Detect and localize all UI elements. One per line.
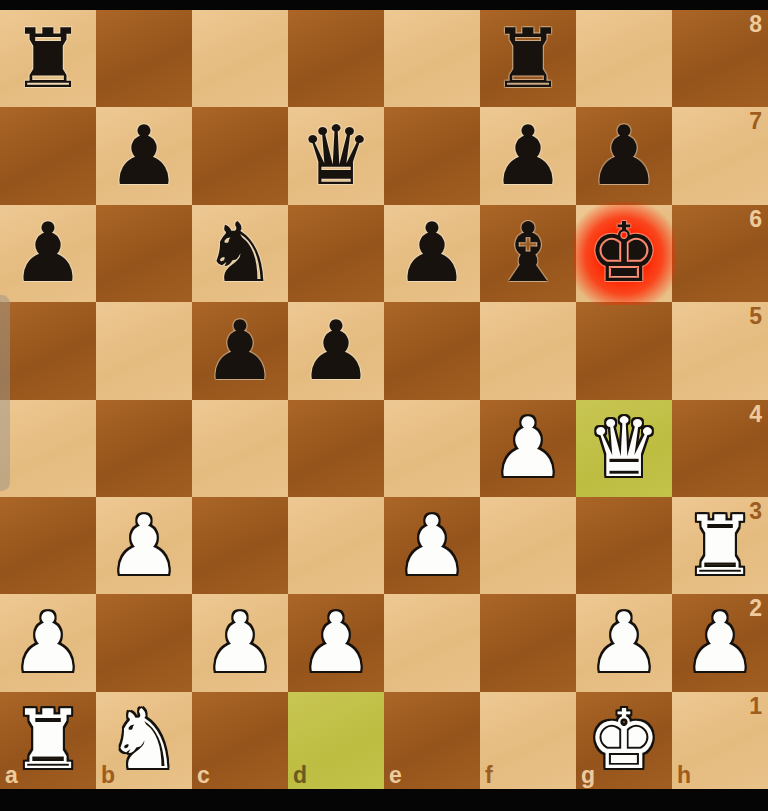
- square-b3[interactable]: ♟: [96, 497, 192, 594]
- square-h7[interactable]: 7: [672, 107, 768, 204]
- square-h3[interactable]: 3♜: [672, 497, 768, 594]
- square-c4[interactable]: [192, 400, 288, 497]
- square-g8[interactable]: [576, 10, 672, 107]
- square-h2[interactable]: 2♟: [672, 594, 768, 691]
- square-g4[interactable]: ♛: [576, 400, 672, 497]
- black-rook[interactable]: ♜: [0, 10, 96, 107]
- white-pawn[interactable]: ♟: [576, 594, 672, 691]
- file-label-h: h: [677, 762, 691, 789]
- top-letterbox-bar: [0, 0, 768, 10]
- rank-label-4: 4: [749, 401, 762, 428]
- chess-board: ♜♜8♟♛♟♟7♟♞♟♝♚6♟♟5♟♛4♟♟3♜♟♟♟♟2♟a♜b♞cdefg♚…: [0, 10, 768, 789]
- white-pawn[interactable]: ♟: [672, 594, 768, 691]
- square-c3[interactable]: [192, 497, 288, 594]
- square-d1[interactable]: d: [288, 692, 384, 789]
- white-rook[interactable]: ♜: [0, 692, 96, 789]
- square-f1[interactable]: f: [480, 692, 576, 789]
- square-b4[interactable]: [96, 400, 192, 497]
- square-f8[interactable]: ♜: [480, 10, 576, 107]
- black-pawn[interactable]: ♟: [576, 107, 672, 204]
- square-e8[interactable]: [384, 10, 480, 107]
- file-label-c: c: [197, 762, 210, 789]
- white-pawn[interactable]: ♟: [288, 594, 384, 691]
- square-a1[interactable]: a♜: [0, 692, 96, 789]
- square-h4[interactable]: 4: [672, 400, 768, 497]
- square-h5[interactable]: 5: [672, 302, 768, 399]
- square-e7[interactable]: [384, 107, 480, 204]
- square-f2[interactable]: [480, 594, 576, 691]
- black-rook[interactable]: ♜: [480, 10, 576, 107]
- black-bishop[interactable]: ♝: [480, 205, 576, 302]
- black-pawn[interactable]: ♟: [288, 302, 384, 399]
- square-g7[interactable]: ♟: [576, 107, 672, 204]
- bottom-letterbox-bar: [0, 789, 768, 811]
- square-f7[interactable]: ♟: [480, 107, 576, 204]
- square-a3[interactable]: [0, 497, 96, 594]
- square-b6[interactable]: [96, 205, 192, 302]
- file-label-e: e: [389, 762, 402, 789]
- square-a4[interactable]: [0, 400, 96, 497]
- square-c8[interactable]: [192, 10, 288, 107]
- square-h8[interactable]: 8: [672, 10, 768, 107]
- square-g1[interactable]: g♚: [576, 692, 672, 789]
- white-king[interactable]: ♚: [576, 692, 672, 789]
- rank-label-1: 1: [749, 693, 762, 720]
- square-h6[interactable]: 6: [672, 205, 768, 302]
- square-f3[interactable]: [480, 497, 576, 594]
- square-e5[interactable]: [384, 302, 480, 399]
- square-d2[interactable]: ♟: [288, 594, 384, 691]
- white-pawn[interactable]: ♟: [192, 594, 288, 691]
- left-edge-scrim: [0, 295, 10, 491]
- black-pawn[interactable]: ♟: [480, 107, 576, 204]
- square-f5[interactable]: [480, 302, 576, 399]
- square-c6[interactable]: ♞: [192, 205, 288, 302]
- square-e6[interactable]: ♟: [384, 205, 480, 302]
- square-c2[interactable]: ♟: [192, 594, 288, 691]
- square-d7[interactable]: ♛: [288, 107, 384, 204]
- white-rook[interactable]: ♜: [672, 497, 768, 594]
- square-c1[interactable]: c: [192, 692, 288, 789]
- black-queen[interactable]: ♛: [288, 107, 384, 204]
- white-pawn[interactable]: ♟: [384, 497, 480, 594]
- black-pawn[interactable]: ♟: [192, 302, 288, 399]
- square-d6[interactable]: [288, 205, 384, 302]
- white-pawn[interactable]: ♟: [480, 400, 576, 497]
- square-b7[interactable]: ♟: [96, 107, 192, 204]
- square-a2[interactable]: ♟: [0, 594, 96, 691]
- square-c5[interactable]: ♟: [192, 302, 288, 399]
- square-f4[interactable]: ♟: [480, 400, 576, 497]
- black-pawn[interactable]: ♟: [96, 107, 192, 204]
- rank-label-6: 6: [749, 206, 762, 233]
- black-knight[interactable]: ♞: [192, 205, 288, 302]
- square-g2[interactable]: ♟: [576, 594, 672, 691]
- black-king[interactable]: ♚: [576, 205, 672, 302]
- file-label-d: d: [293, 762, 307, 789]
- square-f6[interactable]: ♝: [480, 205, 576, 302]
- square-b5[interactable]: [96, 302, 192, 399]
- square-b8[interactable]: [96, 10, 192, 107]
- rank-label-7: 7: [749, 108, 762, 135]
- square-e1[interactable]: e: [384, 692, 480, 789]
- black-pawn[interactable]: ♟: [384, 205, 480, 302]
- square-d5[interactable]: ♟: [288, 302, 384, 399]
- square-d4[interactable]: [288, 400, 384, 497]
- rank-label-8: 8: [749, 11, 762, 38]
- white-knight[interactable]: ♞: [96, 692, 192, 789]
- white-queen[interactable]: ♛: [576, 400, 672, 497]
- square-h1[interactable]: h1: [672, 692, 768, 789]
- square-g6[interactable]: ♚: [576, 205, 672, 302]
- square-b2[interactable]: [96, 594, 192, 691]
- square-e3[interactable]: ♟: [384, 497, 480, 594]
- rank-label-5: 5: [749, 303, 762, 330]
- square-d3[interactable]: [288, 497, 384, 594]
- square-a8[interactable]: ♜: [0, 10, 96, 107]
- white-pawn[interactable]: ♟: [96, 497, 192, 594]
- square-c7[interactable]: [192, 107, 288, 204]
- square-e4[interactable]: [384, 400, 480, 497]
- square-b1[interactable]: b♞: [96, 692, 192, 789]
- square-e2[interactable]: [384, 594, 480, 691]
- square-a5[interactable]: [0, 302, 96, 399]
- file-label-f: f: [485, 762, 493, 789]
- square-g3[interactable]: [576, 497, 672, 594]
- square-a7[interactable]: [0, 107, 96, 204]
- app-screen: ♜♜8♟♛♟♟7♟♞♟♝♚6♟♟5♟♛4♟♟3♜♟♟♟♟2♟a♜b♞cdefg♚…: [0, 0, 768, 811]
- white-pawn[interactable]: ♟: [0, 594, 96, 691]
- square-a6[interactable]: ♟: [0, 205, 96, 302]
- square-d8[interactable]: [288, 10, 384, 107]
- black-pawn[interactable]: ♟: [0, 205, 96, 302]
- square-g5[interactable]: [576, 302, 672, 399]
